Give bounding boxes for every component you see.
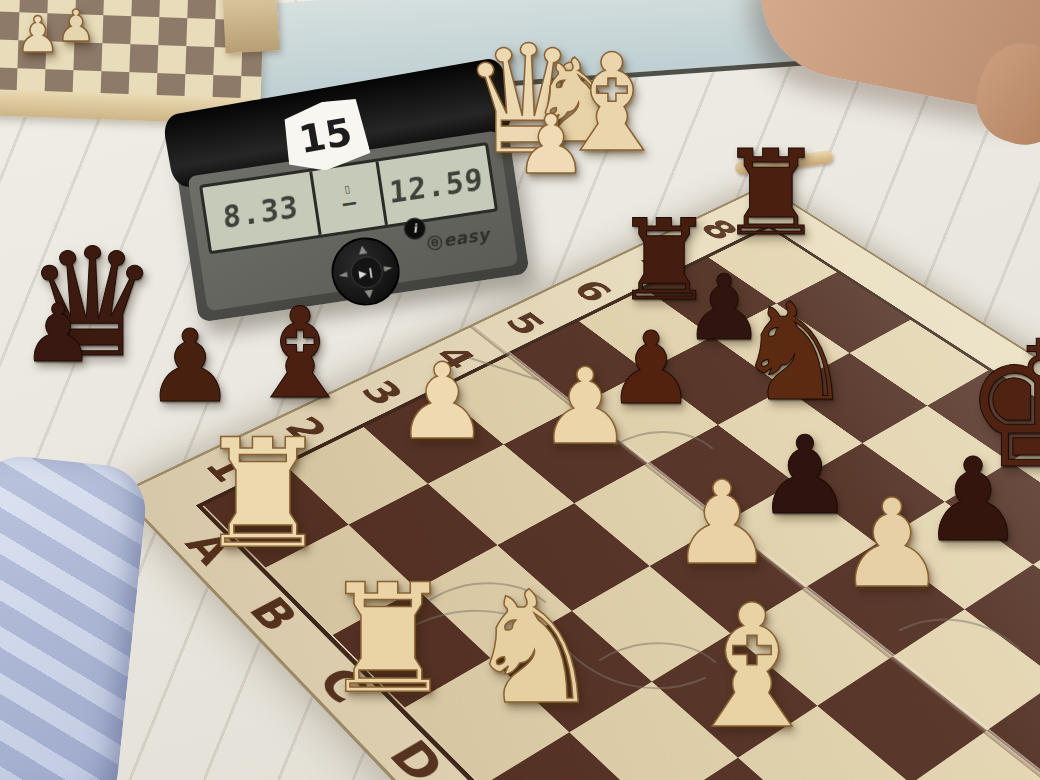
piece-white-pawn-a3[interactable]: ♟	[395, 350, 489, 455]
piece-black-knight-c7[interactable]: ♞	[733, 285, 854, 420]
brand-swirl-icon: ⓔ	[426, 233, 444, 253]
dpad-left-arrow-icon: ◄	[338, 268, 348, 280]
background-wooden-box	[222, 0, 279, 53]
scene: 87654321ABCDEFGH 8.33 ▯ —	[0, 0, 1040, 780]
piece-white-bishop-d4[interactable]: ♝	[676, 582, 828, 752]
piece-black-pawn-d6[interactable]: ♟	[757, 422, 854, 530]
piece-white-pawn-background: ♟	[56, 4, 95, 48]
piece-white-pawn-captured-top: ♟	[514, 104, 588, 186]
piece-black-pawn-captured-left: ♟	[22, 294, 94, 374]
piece-black-pawn-captured-left: ♟	[145, 317, 235, 417]
dpad-down-arrow-icon: ▼	[364, 288, 374, 300]
piece-white-rook-a1[interactable]: ♜	[196, 419, 330, 569]
clock-center-indicator: ▯ —	[309, 161, 387, 235]
clock-left-time: 8.33	[202, 172, 319, 251]
clock-brand-logo: ⓔeasy	[426, 224, 491, 254]
piece-black-king-f8[interactable]: ♚	[963, 318, 1040, 493]
piece-black-pawn-b6[interactable]: ♟	[606, 319, 696, 419]
dpad-up-arrow-icon: ▲	[357, 243, 367, 255]
dpad-right-arrow-icon: ►	[383, 262, 393, 274]
piece-white-pawn-background: ♟	[16, 10, 61, 60]
piece-black-bishop-captured-left: ♝	[244, 291, 356, 416]
piece-white-knight-c2[interactable]: ♞	[465, 571, 604, 726]
piece-white-rook-b1[interactable]: ♜	[321, 564, 455, 714]
piece-black-rook-a8[interactable]: ♜	[718, 134, 824, 252]
blue-cloth	[0, 452, 150, 780]
